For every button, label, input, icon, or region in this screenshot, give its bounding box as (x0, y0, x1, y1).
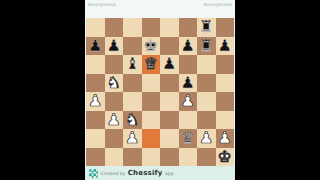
chessify-share-card: Anonymous Anonymous ♜♟♟♚♟♜♟♝♛♟♞♟♟♟♟♞♟♛♟♟… (85, 0, 235, 180)
screenshot-stage: Anonymous Anonymous ♜♟♟♚♟♜♟♝♛♟♞♟♟♟♟♞♟♛♟♟… (0, 0, 320, 180)
square-f6[interactable] (179, 55, 198, 74)
square-g3[interactable] (197, 111, 216, 130)
square-d5[interactable] (142, 74, 161, 93)
square-e4[interactable] (160, 92, 179, 111)
square-g4[interactable] (197, 92, 216, 111)
black-pawn-piece[interactable]: ♟ (162, 55, 176, 74)
black-bishop-piece[interactable]: ♝ (125, 55, 139, 74)
square-e1[interactable] (160, 148, 179, 167)
white-pawn-piece[interactable]: ♟ (125, 129, 139, 148)
square-b3[interactable]: ♟ (105, 111, 124, 130)
credit-brand: Chessify (128, 169, 163, 177)
square-c3[interactable]: ♞ (123, 111, 142, 130)
letterbox-right (235, 0, 320, 180)
black-pawn-piece[interactable]: ♟ (218, 37, 232, 56)
square-b7[interactable]: ♟ (105, 37, 124, 56)
square-g5[interactable] (197, 74, 216, 93)
white-pawn-piece[interactable]: ♟ (218, 129, 232, 148)
white-knight-piece[interactable]: ♞ (125, 111, 139, 130)
square-f5[interactable]: ♟ (179, 74, 198, 93)
black-pawn-piece[interactable]: ♟ (107, 37, 121, 56)
square-g8[interactable]: ♜ (197, 18, 216, 37)
square-a2[interactable] (86, 129, 105, 148)
square-b1[interactable] (105, 148, 124, 167)
square-a4[interactable]: ♟ (86, 92, 105, 111)
square-d4[interactable] (142, 92, 161, 111)
black-pawn-piece[interactable]: ♟ (88, 37, 102, 56)
square-c7[interactable] (123, 37, 142, 56)
square-b5[interactable]: ♞ (105, 74, 124, 93)
black-pawn-piece[interactable]: ♟ (181, 37, 195, 56)
player-name-white: Anonymous (204, 2, 232, 7)
white-pawn-piece[interactable]: ♟ (181, 92, 195, 111)
square-a8[interactable] (86, 18, 105, 37)
white-pawn-piece[interactable]: ♟ (88, 92, 102, 111)
white-knight-piece[interactable]: ♞ (107, 74, 121, 93)
square-e2[interactable] (160, 129, 179, 148)
credit-prefix: Created by (101, 171, 126, 176)
square-g2[interactable]: ♟ (197, 129, 216, 148)
square-h4[interactable] (216, 92, 235, 111)
footer-credit: Created by Chessify app (85, 166, 235, 180)
square-c6[interactable]: ♝ (123, 55, 142, 74)
white-queen-piece[interactable]: ♛ (144, 55, 158, 74)
square-e7[interactable] (160, 37, 179, 56)
square-e3[interactable] (160, 111, 179, 130)
square-h3[interactable] (216, 111, 235, 130)
square-f7[interactable]: ♟ (179, 37, 198, 56)
square-e6[interactable]: ♟ (160, 55, 179, 74)
square-h1[interactable]: ♚ (216, 148, 235, 167)
square-f8[interactable] (179, 18, 198, 37)
square-f2[interactable]: ♛ (179, 129, 198, 148)
square-f1[interactable] (179, 148, 198, 167)
black-rook-piece[interactable]: ♜ (199, 37, 213, 56)
square-b8[interactable] (105, 18, 124, 37)
white-pawn-piece[interactable]: ♟ (107, 111, 121, 130)
square-a3[interactable] (86, 111, 105, 130)
square-c1[interactable] (123, 148, 142, 167)
square-h5[interactable] (216, 74, 235, 93)
square-f3[interactable] (179, 111, 198, 130)
player-bar: Anonymous Anonymous (85, 0, 235, 18)
square-b4[interactable] (105, 92, 124, 111)
square-e8[interactable] (160, 18, 179, 37)
credit-suffix: app (165, 171, 173, 176)
square-g6[interactable] (197, 55, 216, 74)
square-d6[interactable]: ♛ (142, 55, 161, 74)
square-a1[interactable] (86, 148, 105, 167)
black-king-piece[interactable]: ♚ (144, 37, 158, 56)
chessify-logo-icon (89, 169, 98, 178)
square-a7[interactable]: ♟ (86, 37, 105, 56)
square-g7[interactable]: ♜ (197, 37, 216, 56)
square-h8[interactable] (216, 18, 235, 37)
square-b6[interactable] (105, 55, 124, 74)
square-d2[interactable] (142, 129, 161, 148)
white-king-piece[interactable]: ♚ (218, 148, 232, 167)
black-rook-piece[interactable]: ♜ (199, 18, 213, 37)
letterbox-left (0, 0, 85, 180)
square-g1[interactable] (197, 148, 216, 167)
square-a5[interactable] (86, 74, 105, 93)
square-d8[interactable] (142, 18, 161, 37)
square-h7[interactable]: ♟ (216, 37, 235, 56)
square-c8[interactable] (123, 18, 142, 37)
square-h2[interactable]: ♟ (216, 129, 235, 148)
white-pawn-piece[interactable]: ♟ (199, 129, 213, 148)
square-c2[interactable]: ♟ (123, 129, 142, 148)
square-b2[interactable] (105, 129, 124, 148)
square-d3[interactable] (142, 111, 161, 130)
square-h6[interactable] (216, 55, 235, 74)
square-d7[interactable]: ♚ (142, 37, 161, 56)
square-f4[interactable]: ♟ (179, 92, 198, 111)
square-a6[interactable] (86, 55, 105, 74)
player-name-black: Anonymous (88, 2, 116, 7)
black-queen-piece[interactable]: ♛ (181, 129, 195, 148)
square-c4[interactable] (123, 92, 142, 111)
square-e5[interactable] (160, 74, 179, 93)
square-d1[interactable] (142, 148, 161, 167)
chess-board: ♜♟♟♚♟♜♟♝♛♟♞♟♟♟♟♞♟♛♟♟♚ (86, 18, 234, 166)
square-c5[interactable] (123, 74, 142, 93)
black-pawn-piece[interactable]: ♟ (181, 74, 195, 93)
